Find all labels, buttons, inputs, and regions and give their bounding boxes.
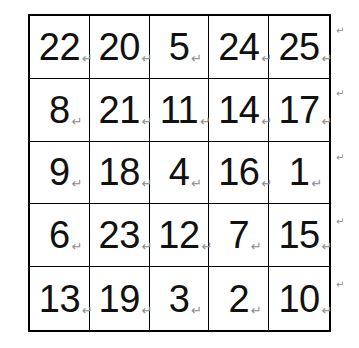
cell-content: 20↵ <box>99 28 140 66</box>
cell-content: 17↵ <box>278 91 319 129</box>
cell-number: 17 <box>278 89 319 131</box>
grid-cell-r1c5[interactable]: 25↵ <box>269 16 329 79</box>
cell-content: 18↵ <box>99 153 140 191</box>
line-break-mark-icon: ↵ <box>82 304 93 317</box>
grid-cell-r2c1[interactable]: 8↵ <box>30 79 90 142</box>
grid-cell-r2c4[interactable]: 14↵ <box>209 79 269 142</box>
line-break-mark-icon: ↵ <box>142 52 153 65</box>
line-break-mark-icon: ↵ <box>72 177 83 190</box>
cell-number: 1 <box>289 151 310 193</box>
line-break-mark-icon: ↵ <box>200 115 211 128</box>
line-break-mark-icon: ↵ <box>202 240 213 253</box>
cell-number: 14 <box>218 89 259 131</box>
line-break-mark-icon: ↵ <box>251 304 262 317</box>
row-end-mark-icon: ↵ <box>336 89 344 99</box>
cell-number: 3 <box>169 278 190 320</box>
grid-cell-r5c3[interactable]: 3↵ <box>150 267 210 330</box>
cell-number: 4 <box>169 151 190 193</box>
cell-number: 19 <box>99 278 140 320</box>
cell-number: 13 <box>39 278 80 320</box>
grid-cell-r1c2[interactable]: 20↵ <box>90 16 150 79</box>
grid-cell-r4c4[interactable]: 7↵ <box>209 204 269 267</box>
cell-content: 15↵ <box>278 216 319 254</box>
cell-content: 25↵ <box>278 28 319 66</box>
cell-number: 18 <box>99 151 140 193</box>
cell-content: 9↵ <box>49 153 70 191</box>
grid-cell-r4c5[interactable]: 15↵ <box>269 204 329 267</box>
grid-cell-r3c5[interactable]: 1↵ <box>269 142 329 205</box>
grid-cell-r2c2[interactable]: 21↵ <box>90 79 150 142</box>
grid-cell-r4c2[interactable]: 23↵ <box>90 204 150 267</box>
cell-content: 11↵ <box>160 91 198 129</box>
row-end-mark-icon: ↵ <box>336 217 344 227</box>
cell-content: 1↵ <box>289 153 310 191</box>
grid-cell-r4c1[interactable]: 6↵ <box>30 204 90 267</box>
row-end-mark-icon: ↵ <box>336 280 344 290</box>
cell-content: 7↵ <box>228 216 249 254</box>
cell-number: 15 <box>278 214 319 256</box>
cell-content: 5↵ <box>169 28 190 66</box>
cell-content: 21↵ <box>99 91 140 129</box>
grid-cell-r5c2[interactable]: 19↵ <box>90 267 150 330</box>
line-break-mark-icon: ↵ <box>82 52 93 65</box>
cell-number: 2 <box>228 278 249 320</box>
cell-content: 2↵ <box>228 280 249 318</box>
cell-content: 3↵ <box>169 280 190 318</box>
grid-cell-r2c5[interactable]: 17↵ <box>269 79 329 142</box>
cell-content: 13↵ <box>39 280 80 318</box>
grid-cell-r3c3[interactable]: 4↵ <box>150 142 210 205</box>
cell-number: 20 <box>99 26 140 68</box>
cell-content: 23↵ <box>99 216 140 254</box>
line-break-mark-icon: ↵ <box>191 52 202 65</box>
line-break-mark-icon: ↵ <box>142 115 153 128</box>
grid-cell-r3c1[interactable]: 9↵ <box>30 142 90 205</box>
line-break-mark-icon: ↵ <box>142 304 153 317</box>
line-break-mark-icon: ↵ <box>191 177 202 190</box>
line-break-mark-icon: ↵ <box>72 115 83 128</box>
cell-number: 25 <box>278 26 319 68</box>
grid-cell-r3c2[interactable]: 18↵ <box>90 142 150 205</box>
line-break-mark-icon: ↵ <box>251 240 262 253</box>
line-break-mark-icon: ↵ <box>311 177 322 190</box>
grid-cell-r3c4[interactable]: 16↵ <box>209 142 269 205</box>
line-break-mark-icon: ↵ <box>142 240 153 253</box>
row-end-mark-icon: ↵ <box>336 153 344 163</box>
cell-content: 19↵ <box>99 280 140 318</box>
cell-number: 9 <box>49 151 70 193</box>
grid-cell-r5c4[interactable]: 2↵ <box>209 267 269 330</box>
cell-number: 21 <box>99 89 140 131</box>
cell-number: 23 <box>99 214 140 256</box>
grid-cell-r5c5[interactable]: 10↵ <box>269 267 329 330</box>
cell-content: 16↵ <box>218 153 259 191</box>
cell-content: 22↵ <box>39 28 80 66</box>
cell-content: 4↵ <box>169 153 190 191</box>
cell-number: 5 <box>169 26 190 68</box>
grid-cell-r1c3[interactable]: 5↵ <box>150 16 210 79</box>
cell-number: 8 <box>49 89 70 131</box>
line-break-mark-icon: ↵ <box>322 304 333 317</box>
cell-content: 10↵ <box>278 280 319 318</box>
line-break-mark-icon: ↵ <box>142 177 153 190</box>
cell-number: 16 <box>218 151 259 193</box>
cell-content: 14↵ <box>218 91 259 129</box>
cell-number: 24 <box>218 26 259 68</box>
cell-content: 6↵ <box>49 216 70 254</box>
grid-cell-r5c1[interactable]: 13↵ <box>30 267 90 330</box>
line-break-mark-icon: ↵ <box>191 304 202 317</box>
line-break-mark-icon: ↵ <box>322 115 333 128</box>
grid-cell-r1c4[interactable]: 24↵ <box>209 16 269 79</box>
cell-number: 10 <box>278 278 319 320</box>
line-break-mark-icon: ↵ <box>72 240 83 253</box>
line-break-mark-icon: ↵ <box>261 115 272 128</box>
line-break-mark-icon: ↵ <box>261 177 272 190</box>
cell-content: 8↵ <box>49 91 70 129</box>
line-break-mark-icon: ↵ <box>322 52 333 65</box>
line-break-mark-icon: ↵ <box>322 240 333 253</box>
row-end-mark-icon: ↵ <box>336 26 344 36</box>
cell-content: 12↵ <box>158 216 199 254</box>
grid-cell-r2c3[interactable]: 11↵ <box>150 79 210 142</box>
line-break-mark-icon: ↵ <box>261 52 272 65</box>
cell-content: 24↵ <box>218 28 259 66</box>
grid-cell-r1c1[interactable]: 22↵ <box>30 16 90 79</box>
cell-number: 7 <box>228 214 249 256</box>
cell-number: 6 <box>49 214 70 256</box>
grid-cell-r4c3[interactable]: 12↵ <box>150 204 210 267</box>
schulte-table-grid: 22↵ 20↵ 5↵ 24↵ 25↵ 8↵ 21↵ 11↵ 14↵ 17↵ 9↵… <box>28 14 331 332</box>
cell-number: 12 <box>158 214 199 256</box>
cell-number: 22 <box>39 26 80 68</box>
document-page: 22↵ 20↵ 5↵ 24↵ 25↵ 8↵ 21↵ 11↵ 14↵ 17↵ 9↵… <box>0 0 359 348</box>
cell-number: 11 <box>160 89 198 131</box>
